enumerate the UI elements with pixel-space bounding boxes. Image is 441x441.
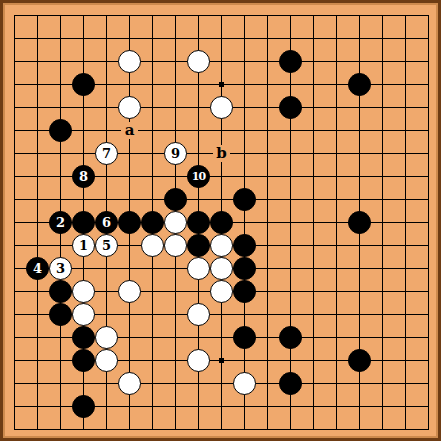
black-stone <box>279 50 302 73</box>
move-number: 5 <box>102 239 111 252</box>
move-2-stone: 2 <box>49 211 72 234</box>
move-number: 7 <box>102 147 111 160</box>
black-stone <box>279 96 302 119</box>
star-point <box>219 358 224 363</box>
black-stone <box>233 188 256 211</box>
black-stone <box>118 211 141 234</box>
white-stone <box>187 303 210 326</box>
black-stone <box>348 211 371 234</box>
white-stone <box>164 211 187 234</box>
white-stone <box>187 50 210 73</box>
move-number: 2 <box>56 216 65 229</box>
move-3-stone: 3 <box>49 257 72 280</box>
grid-line-vertical <box>382 15 383 430</box>
white-stone <box>95 349 118 372</box>
black-stone <box>49 280 72 303</box>
black-stone <box>187 234 210 257</box>
move-6-stone: 6 <box>95 211 118 234</box>
move-9-stone: 9 <box>164 142 187 165</box>
grid-line-vertical <box>244 15 245 430</box>
grid-line-vertical <box>313 15 314 430</box>
black-stone <box>49 119 72 142</box>
white-stone <box>210 96 233 119</box>
black-stone <box>279 372 302 395</box>
white-stone <box>118 372 141 395</box>
white-stone <box>233 372 256 395</box>
move-number: 4 <box>33 262 42 275</box>
white-stone <box>118 50 141 73</box>
move-1-stone: 1 <box>72 234 95 257</box>
go-board: 79810261543ab <box>0 0 441 441</box>
point-label-a: a <box>121 122 138 139</box>
black-stone <box>233 326 256 349</box>
move-7-stone: 7 <box>95 142 118 165</box>
move-4-stone: 4 <box>26 257 49 280</box>
grid-line-vertical <box>428 15 429 430</box>
white-stone <box>164 234 187 257</box>
move-number: 6 <box>102 216 111 229</box>
black-stone <box>348 73 371 96</box>
black-stone <box>279 326 302 349</box>
black-stone <box>233 280 256 303</box>
black-stone <box>164 188 187 211</box>
move-number: 1 <box>79 239 88 252</box>
move-number: 8 <box>79 170 88 183</box>
grid-line-horizontal <box>14 383 429 384</box>
grid-line-vertical <box>336 15 337 430</box>
grid-line-vertical <box>405 15 406 430</box>
move-5-stone: 5 <box>95 234 118 257</box>
black-stone <box>72 326 95 349</box>
black-stone <box>49 303 72 326</box>
white-stone <box>95 326 118 349</box>
black-stone <box>348 349 371 372</box>
black-stone <box>187 211 210 234</box>
white-stone <box>72 303 95 326</box>
white-stone <box>187 349 210 372</box>
move-number: 9 <box>171 147 180 160</box>
move-10-stone: 10 <box>187 165 210 188</box>
black-stone <box>233 257 256 280</box>
grid-line-horizontal <box>14 429 429 430</box>
black-stone <box>72 395 95 418</box>
move-number: 10 <box>192 171 205 182</box>
move-number: 3 <box>56 262 65 275</box>
white-stone <box>187 257 210 280</box>
move-8-stone: 8 <box>72 165 95 188</box>
white-stone <box>210 234 233 257</box>
black-stone <box>233 234 256 257</box>
black-stone <box>72 73 95 96</box>
star-point <box>219 82 224 87</box>
point-label-b: b <box>213 145 230 162</box>
black-stone <box>72 349 95 372</box>
black-stone <box>72 211 95 234</box>
white-stone <box>72 280 95 303</box>
black-stone <box>210 211 233 234</box>
grid-line-vertical <box>267 15 268 430</box>
white-stone <box>210 280 233 303</box>
white-stone <box>118 280 141 303</box>
white-stone <box>210 257 233 280</box>
white-stone <box>141 234 164 257</box>
black-stone <box>141 211 164 234</box>
white-stone <box>118 96 141 119</box>
grid-line-vertical <box>290 15 291 430</box>
